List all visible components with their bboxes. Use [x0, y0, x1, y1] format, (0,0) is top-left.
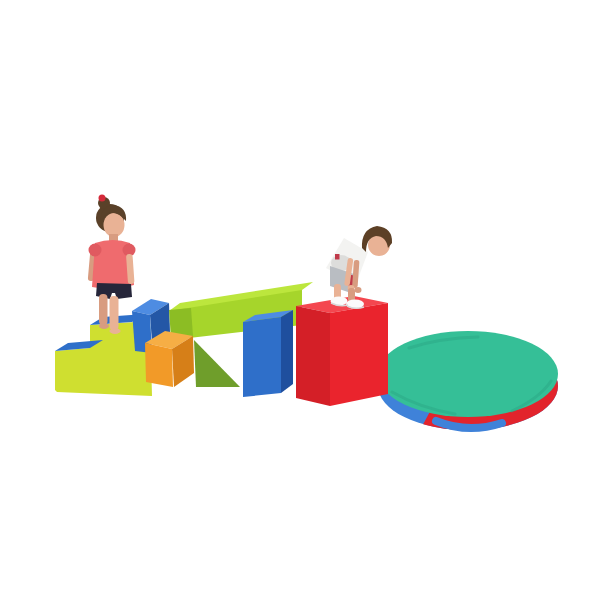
girl-face: [104, 213, 125, 237]
red-cube: [296, 296, 388, 406]
step-block-front-face: [243, 317, 281, 397]
girl-front-leg: [110, 296, 119, 330]
girl-sleeve-left: [89, 244, 102, 257]
boy-hand-far: [355, 287, 362, 293]
step-block-side-face: [281, 310, 293, 393]
red-cube-front-face: [330, 303, 388, 406]
orange-cube-front-face: [145, 343, 173, 387]
girl-back-leg: [99, 294, 108, 325]
blue-step-block: [243, 310, 293, 397]
round-landing-cushion: [378, 331, 558, 430]
boy-shirt-logo: [335, 254, 340, 260]
red-cube-left-face: [296, 306, 330, 406]
girl-hair-bow: [99, 195, 106, 202]
product-photo: [0, 0, 600, 600]
girl-front-foot: [110, 328, 121, 334]
cushion-top-face: [378, 331, 558, 417]
girl-back-foot: [99, 323, 109, 329]
